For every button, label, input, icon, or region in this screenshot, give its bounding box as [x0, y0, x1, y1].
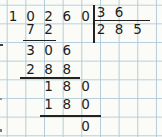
quotient-digit: 5: [129, 22, 147, 36]
dividend-digit: 6: [58, 9, 76, 23]
work-digit: 1: [40, 79, 58, 93]
dividend-digit: 1: [4, 9, 22, 23]
divisor-digit: 6: [110, 5, 128, 19]
work-digit: 1: [40, 97, 58, 111]
work-digit: 8: [58, 97, 76, 111]
work-digit: 8: [40, 62, 58, 76]
work-digit: 0: [77, 79, 95, 93]
divisor-digit: 3: [92, 5, 110, 19]
work-digit: 2: [40, 22, 58, 36]
clipped-edge-mark: [0, 98, 2, 100]
work-digit: 0: [77, 97, 95, 111]
work-digit: 6: [58, 43, 76, 57]
subtraction-underline-180: [40, 115, 102, 117]
squared-paper-sheet: 1 0 2 6 0 3 6 7 2 2 8 5 3 0 6 2 8 8 1 8 …: [0, 0, 162, 137]
work-digit: 7: [22, 22, 40, 36]
work-digit: 2: [22, 62, 40, 76]
remainder-digit: 0: [77, 119, 95, 133]
work-digit: 8: [58, 79, 76, 93]
clipped-edge-mark: [0, 44, 3, 47]
quotient-digit: 8: [110, 22, 128, 36]
work-digit: 3: [22, 43, 40, 57]
quotient-digit: 2: [92, 22, 110, 36]
work-digit: 0: [40, 43, 58, 57]
clipped-edge-mark: [0, 129, 2, 132]
work-digit: 8: [58, 62, 76, 76]
